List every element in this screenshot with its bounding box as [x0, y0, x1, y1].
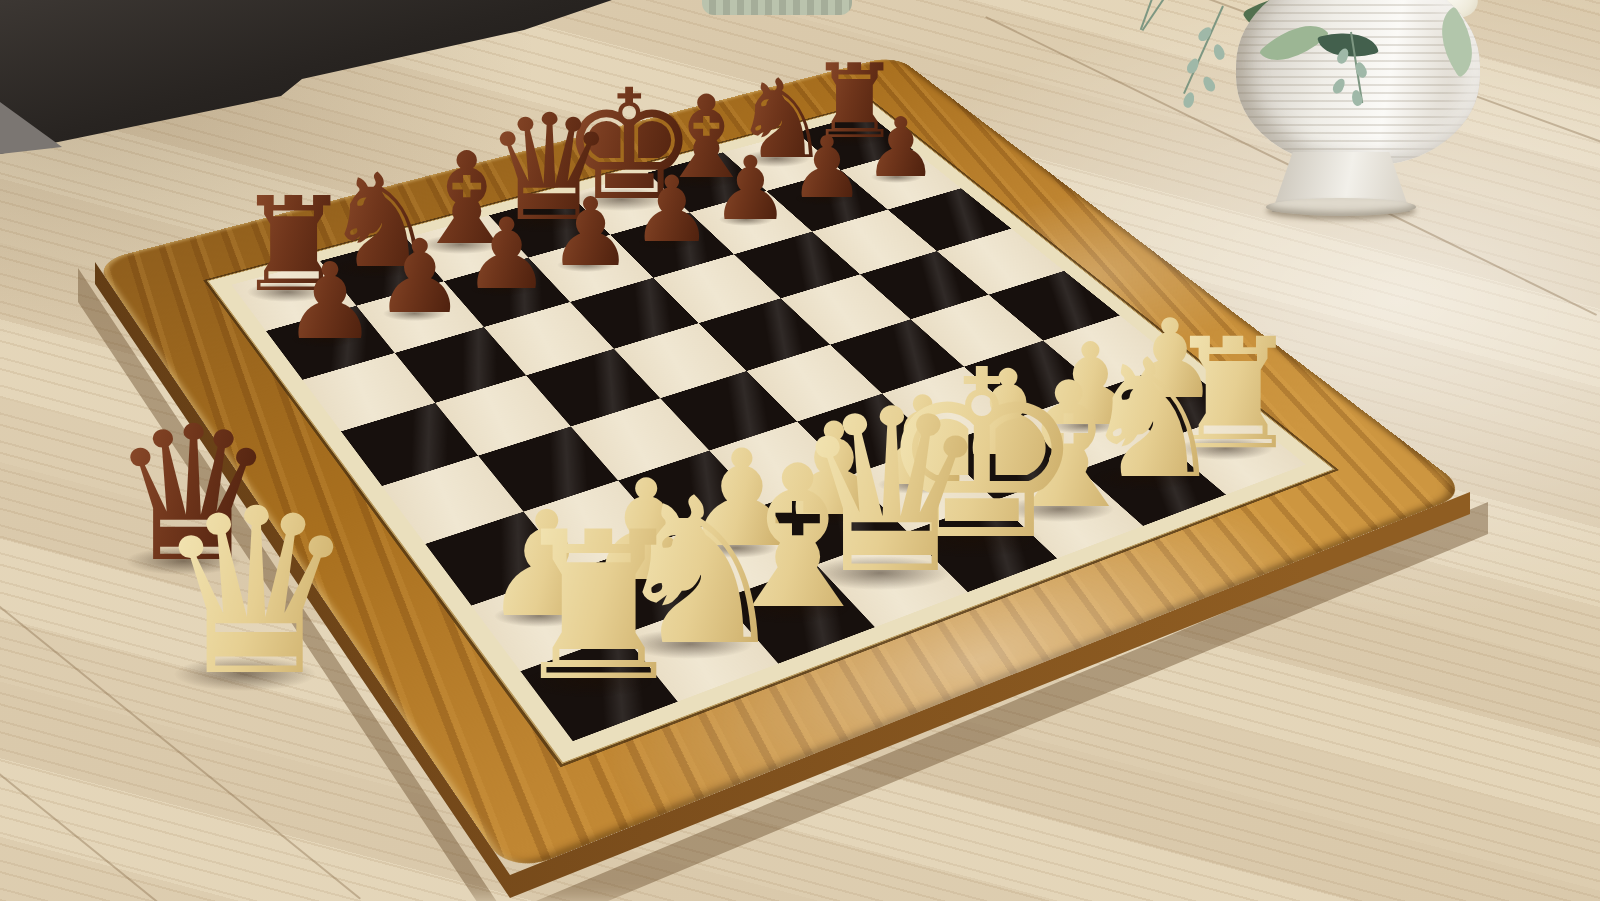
pawn-glyph: ♟ [463, 205, 551, 303]
pawn-glyph: ♟ [711, 145, 790, 233]
pawn-glyph: ♟ [789, 125, 865, 210]
pawn-glyph: ♟ [283, 249, 378, 354]
pawn-glyph: ♟ [631, 164, 713, 255]
pieces-layer: ♜♞♝♛♚♝♞♜♟♟♟♟♟♟♟♟♟♟♟♟♟♟♟♟♜♞♝♛♚♝♞♜♛♛ [0, 0, 1600, 901]
rook-glyph: ♜ [507, 506, 691, 711]
pawn-glyph: ♟ [864, 107, 938, 189]
pawn-glyph: ♟ [548, 185, 633, 279]
scene: ♜♞♝♛♚♝♞♜♟♟♟♟♟♟♟♟♟♟♟♟♟♟♟♟♜♞♝♛♚♝♞♜♛♛ [0, 0, 1600, 901]
pawn-glyph: ♟ [374, 227, 465, 329]
queen-glyph: ♛ [153, 478, 358, 707]
